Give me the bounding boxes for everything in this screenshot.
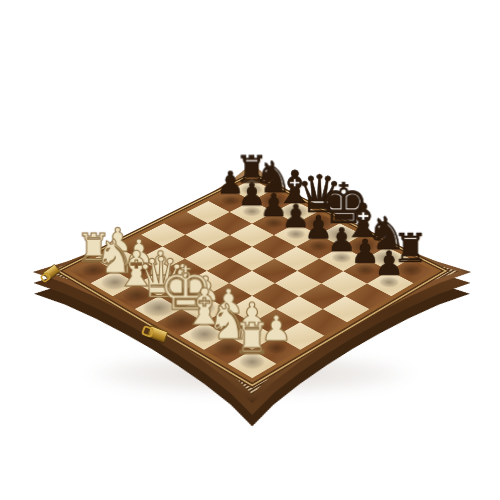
square-d7 — [274, 223, 318, 246]
bishop-glyph: ♝ — [274, 162, 316, 212]
rook-glyph: ♜ — [231, 149, 272, 190]
bishop-glyph: ♝ — [341, 195, 384, 246]
piece-shadow — [255, 191, 292, 210]
piece-shadow — [328, 250, 356, 265]
piece-shadow — [316, 222, 364, 247]
pawn-glyph: ♟ — [320, 221, 364, 258]
pawn-glyph: ♟ — [231, 176, 273, 211]
square-c5 — [207, 235, 252, 259]
square-d8 — [296, 212, 340, 235]
pawn-glyph: ♟ — [275, 198, 318, 234]
square-e7 — [297, 235, 342, 259]
square-b6 — [208, 212, 252, 235]
queen-glyph: ♛ — [296, 167, 338, 223]
board-plane: ♜♞♝♛♚♝♞♜♟♟♟♟♟♟♟♟♟♟♟♟♟♟♟♟♜♞♝♛♚♝♞♜ — [33, 163, 471, 403]
pieces-layer: ♜♞♝♛♚♝♞♜♟♟♟♟♟♟♟♟♟♟♟♟♟♟♟♟♜♞♝♛♚♝♞♜ — [69, 179, 434, 378]
square-a8 — [231, 179, 274, 201]
square-b5 — [185, 223, 229, 246]
square-b8 — [252, 190, 295, 212]
square-e6 — [275, 247, 320, 271]
piece-shadow — [260, 216, 287, 230]
square-c6 — [230, 223, 274, 246]
square-f7 — [320, 247, 365, 271]
piece-shadow — [236, 182, 268, 198]
knight-glyph: ♞ — [252, 153, 294, 200]
pawn-glyph: ♟ — [253, 187, 295, 223]
rook-glyph: ♜ — [229, 315, 276, 362]
product-photo: ♜♞♝♛♚♝♞♜♟♟♟♟♟♟♟♟♟♟♟♟♟♟♟♟♜♞♝♛♚♝♞♜ — [0, 0, 500, 500]
pawn-glyph: ♟ — [367, 245, 411, 282]
square-a6 — [187, 201, 230, 223]
square-b7 — [230, 201, 273, 223]
square-c7 — [252, 212, 296, 235]
piece-shadow — [295, 211, 339, 234]
pawn-glyph: ♟ — [210, 166, 252, 201]
piece-shadow — [305, 238, 332, 253]
square-d6 — [252, 235, 297, 259]
piece-shadow — [282, 227, 309, 241]
pawn-glyph: ♟ — [297, 210, 340, 246]
piece-shadow — [276, 201, 315, 221]
square-a5 — [164, 212, 208, 235]
piece-shadow — [239, 205, 266, 219]
king-glyph: ♚ — [318, 174, 361, 234]
scene: ♜♞♝♛♚♝♞♜♟♟♟♟♟♟♟♟♟♟♟♟♟♟♟♟♜♞♝♛♚♝♞♜ — [0, 0, 500, 500]
piece-shadow — [217, 194, 243, 208]
square-d5 — [229, 247, 274, 271]
square-c8 — [274, 201, 317, 223]
square-a7 — [209, 190, 252, 212]
square-e8 — [318, 223, 362, 246]
